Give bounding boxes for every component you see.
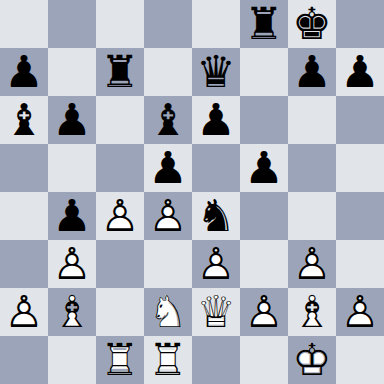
square-a6[interactable]: ♝ [0, 96, 48, 144]
square-a2[interactable]: ♟♙ [0, 288, 48, 336]
square-a8[interactable] [0, 0, 48, 48]
piece-white-pawn[interactable]: ♟♙ [336, 288, 384, 336]
piece-black-rook[interactable]: ♜ [96, 48, 144, 96]
square-g2[interactable]: ♝♗ [288, 288, 336, 336]
piece-black-pawn[interactable]: ♟ [48, 192, 96, 240]
square-g6[interactable] [288, 96, 336, 144]
piece-white-rook[interactable]: ♜♖ [144, 336, 192, 384]
white-pawn-outline-glyph: ♙ [192, 240, 240, 288]
square-h1[interactable] [336, 336, 384, 384]
white-knight-outline-glyph: ♘ [144, 288, 192, 336]
piece-black-pawn[interactable]: ♟ [48, 96, 96, 144]
piece-white-knight[interactable]: ♞♘ [144, 288, 192, 336]
square-h3[interactable] [336, 240, 384, 288]
square-c5[interactable] [96, 144, 144, 192]
square-g8[interactable]: ♚ [288, 0, 336, 48]
white-pawn-outline-glyph: ♙ [0, 288, 48, 336]
piece-black-rook[interactable]: ♜ [240, 0, 288, 48]
piece-white-pawn[interactable]: ♟♙ [240, 288, 288, 336]
square-e6[interactable]: ♟ [192, 96, 240, 144]
square-h8[interactable] [336, 0, 384, 48]
square-g7[interactable]: ♟ [288, 48, 336, 96]
white-queen-outline-glyph: ♕ [192, 288, 240, 336]
square-c8[interactable] [96, 0, 144, 48]
square-g1[interactable]: ♚♔ [288, 336, 336, 384]
square-h7[interactable]: ♟ [336, 48, 384, 96]
square-a4[interactable] [0, 192, 48, 240]
square-a3[interactable] [0, 240, 48, 288]
square-b7[interactable] [48, 48, 96, 96]
square-c2[interactable] [96, 288, 144, 336]
square-d7[interactable] [144, 48, 192, 96]
square-b5[interactable] [48, 144, 96, 192]
white-rook-outline-glyph: ♖ [144, 336, 192, 384]
piece-black-pawn[interactable]: ♟ [336, 48, 384, 96]
square-h5[interactable] [336, 144, 384, 192]
white-pawn-outline-glyph: ♙ [144, 192, 192, 240]
piece-white-pawn[interactable]: ♟♙ [0, 288, 48, 336]
square-c3[interactable] [96, 240, 144, 288]
square-b3[interactable]: ♟♙ [48, 240, 96, 288]
white-king-outline-glyph: ♔ [288, 336, 336, 384]
piece-black-bishop[interactable]: ♝ [144, 96, 192, 144]
square-e8[interactable] [192, 0, 240, 48]
square-e4[interactable]: ♞ [192, 192, 240, 240]
piece-white-rook[interactable]: ♜♖ [96, 336, 144, 384]
piece-white-pawn[interactable]: ♟♙ [96, 192, 144, 240]
piece-white-pawn[interactable]: ♟♙ [48, 240, 96, 288]
piece-black-pawn[interactable]: ♟ [144, 144, 192, 192]
piece-white-queen[interactable]: ♛♕ [192, 288, 240, 336]
white-pawn-outline-glyph: ♙ [96, 192, 144, 240]
piece-white-king[interactable]: ♚♔ [288, 336, 336, 384]
square-c4[interactable]: ♟♙ [96, 192, 144, 240]
square-e5[interactable] [192, 144, 240, 192]
piece-black-pawn[interactable]: ♟ [192, 96, 240, 144]
square-d2[interactable]: ♞♘ [144, 288, 192, 336]
white-pawn-outline-glyph: ♙ [240, 288, 288, 336]
square-f5[interactable]: ♟ [240, 144, 288, 192]
square-d5[interactable]: ♟ [144, 144, 192, 192]
square-b2[interactable]: ♝♗ [48, 288, 96, 336]
piece-black-queen[interactable]: ♛ [192, 48, 240, 96]
square-e1[interactable] [192, 336, 240, 384]
square-b1[interactable] [48, 336, 96, 384]
square-e7[interactable]: ♛ [192, 48, 240, 96]
square-f4[interactable] [240, 192, 288, 240]
square-c7[interactable]: ♜ [96, 48, 144, 96]
piece-white-pawn[interactable]: ♟♙ [288, 240, 336, 288]
square-a7[interactable]: ♟ [0, 48, 48, 96]
square-b8[interactable] [48, 0, 96, 48]
square-d1[interactable]: ♜♖ [144, 336, 192, 384]
square-h2[interactable]: ♟♙ [336, 288, 384, 336]
chess-board: ♜♚♟♜♛♟♟♝♟♝♟♟♟♟♟♙♟♙♞♟♙♟♙♟♙♟♙♝♗♞♘♛♕♟♙♝♗♟♙♜… [0, 0, 384, 384]
square-b6[interactable]: ♟ [48, 96, 96, 144]
white-bishop-outline-glyph: ♗ [288, 288, 336, 336]
white-bishop-outline-glyph: ♗ [48, 288, 96, 336]
square-g3[interactable]: ♟♙ [288, 240, 336, 288]
white-pawn-outline-glyph: ♙ [336, 288, 384, 336]
piece-black-pawn[interactable]: ♟ [288, 48, 336, 96]
square-d8[interactable] [144, 0, 192, 48]
piece-black-king[interactable]: ♚ [288, 0, 336, 48]
white-rook-outline-glyph: ♖ [96, 336, 144, 384]
square-e3[interactable]: ♟♙ [192, 240, 240, 288]
piece-white-pawn[interactable]: ♟♙ [144, 192, 192, 240]
square-f8[interactable]: ♜ [240, 0, 288, 48]
square-c6[interactable] [96, 96, 144, 144]
square-h4[interactable] [336, 192, 384, 240]
piece-white-bishop[interactable]: ♝♗ [48, 288, 96, 336]
square-a1[interactable] [0, 336, 48, 384]
square-f2[interactable]: ♟♙ [240, 288, 288, 336]
piece-white-pawn[interactable]: ♟♙ [192, 240, 240, 288]
square-e2[interactable]: ♛♕ [192, 288, 240, 336]
square-g4[interactable] [288, 192, 336, 240]
square-d4[interactable]: ♟♙ [144, 192, 192, 240]
white-pawn-outline-glyph: ♙ [288, 240, 336, 288]
square-f1[interactable] [240, 336, 288, 384]
square-h6[interactable] [336, 96, 384, 144]
white-pawn-outline-glyph: ♙ [48, 240, 96, 288]
piece-black-bishop[interactable]: ♝ [0, 96, 48, 144]
piece-black-pawn[interactable]: ♟ [0, 48, 48, 96]
square-f6[interactable] [240, 96, 288, 144]
square-f7[interactable] [240, 48, 288, 96]
square-a5[interactable] [0, 144, 48, 192]
square-f3[interactable] [240, 240, 288, 288]
square-d3[interactable] [144, 240, 192, 288]
square-c1[interactable]: ♜♖ [96, 336, 144, 384]
square-d6[interactable]: ♝ [144, 96, 192, 144]
square-g5[interactable] [288, 144, 336, 192]
square-b4[interactable]: ♟ [48, 192, 96, 240]
piece-black-knight[interactable]: ♞ [192, 192, 240, 240]
piece-black-pawn[interactable]: ♟ [240, 144, 288, 192]
piece-white-bishop[interactable]: ♝♗ [288, 288, 336, 336]
